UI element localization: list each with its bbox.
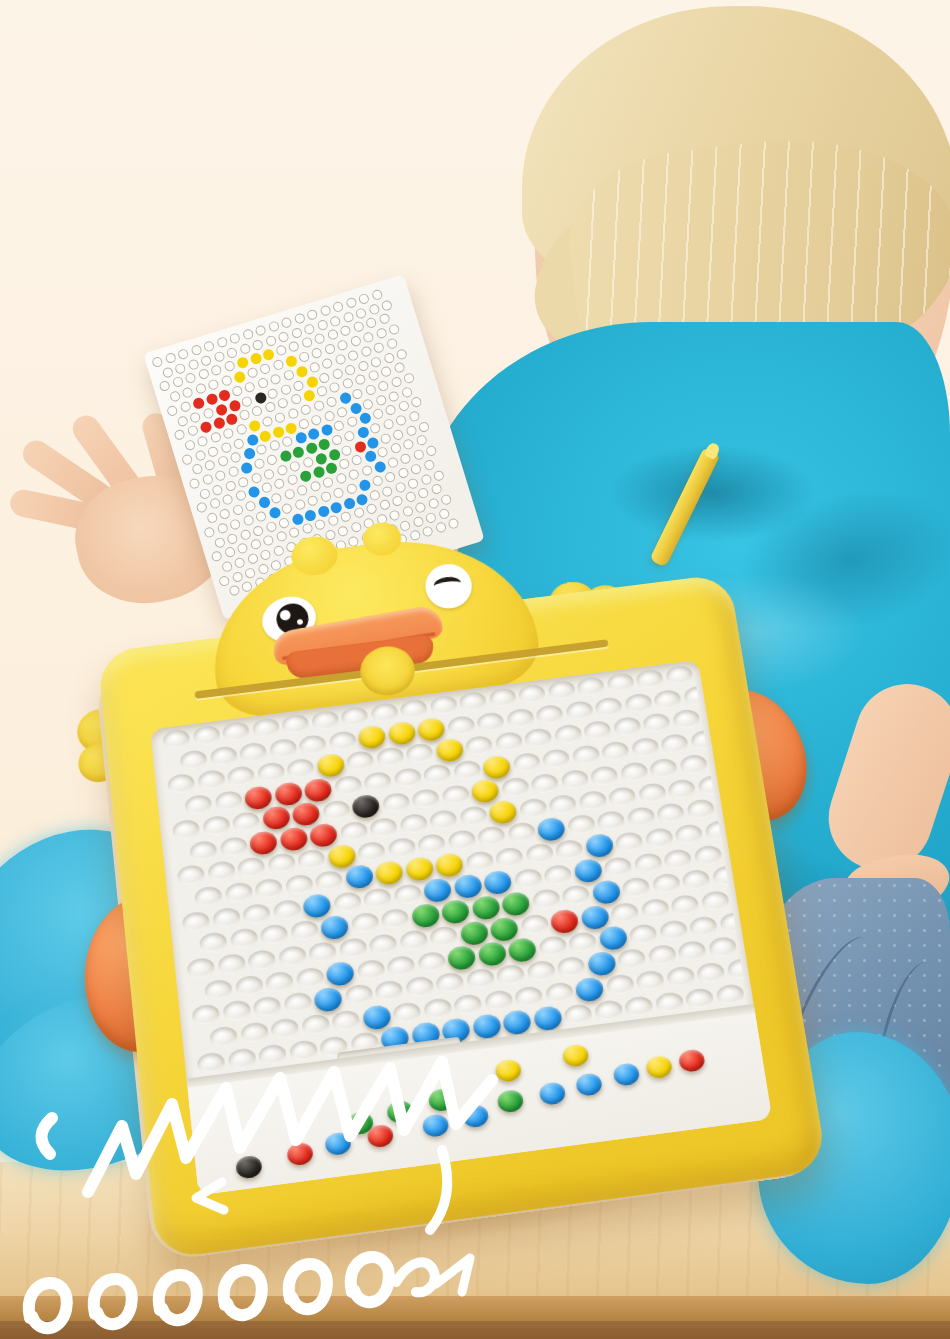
bead-blue[interactable] — [573, 858, 603, 884]
dimple — [229, 928, 258, 951]
card-empty-circle — [184, 372, 196, 384]
dimple — [465, 968, 495, 991]
card-empty-circle — [391, 495, 403, 507]
bead-blue[interactable] — [345, 864, 374, 890]
dimple — [207, 860, 236, 883]
dimple — [237, 856, 266, 879]
dimple — [633, 852, 662, 875]
card-empty-circle — [373, 341, 385, 353]
card-empty-circle — [323, 410, 335, 422]
dimple — [209, 1025, 238, 1049]
dimple — [196, 1051, 225, 1075]
card-empty-circle — [254, 324, 266, 336]
bead-yellow[interactable] — [358, 725, 387, 750]
card-empty-circle — [229, 332, 241, 344]
tray-bead-yellow[interactable] — [494, 1058, 522, 1083]
dimple — [647, 944, 677, 967]
duck-eye-wink — [423, 561, 475, 611]
bead-blue[interactable] — [326, 961, 356, 987]
card-dot-red — [218, 388, 232, 402]
dimple — [638, 782, 667, 804]
dimple — [162, 728, 190, 750]
dimple — [212, 906, 241, 929]
card-dot-blue — [257, 496, 271, 510]
bead-blue[interactable] — [598, 925, 628, 951]
bead-red[interactable] — [244, 785, 273, 810]
dimple — [640, 898, 670, 921]
card-empty-circle — [384, 471, 396, 483]
card-dot-red — [205, 392, 219, 406]
bead-yellow[interactable] — [435, 853, 465, 879]
bead-green[interactable] — [489, 916, 519, 942]
dimple — [707, 936, 737, 959]
card-empty-circle — [164, 352, 176, 364]
bead-black[interactable] — [351, 794, 380, 819]
card-empty-circle — [187, 358, 199, 370]
dimple — [405, 743, 434, 765]
card-empty-circle — [383, 351, 395, 363]
card-empty-circle — [226, 532, 238, 544]
card-empty-circle — [250, 472, 262, 484]
dimple — [553, 724, 582, 746]
dimple — [596, 810, 625, 833]
card-empty-circle — [372, 408, 384, 420]
dimple — [458, 691, 487, 713]
dimple — [484, 989, 514, 1012]
card-empty-circle — [259, 548, 271, 560]
card-empty-circle — [169, 390, 181, 402]
dimple — [181, 910, 210, 933]
card-empty-circle — [410, 463, 422, 475]
dimple — [247, 949, 276, 972]
card-empty-circle — [306, 308, 318, 320]
card-empty-circle — [376, 446, 388, 458]
card-empty-circle — [302, 456, 314, 468]
dimple — [363, 887, 392, 910]
dimple — [659, 919, 689, 942]
dimple — [560, 769, 589, 791]
dimple — [726, 958, 747, 981]
card-empty-circle — [311, 347, 323, 359]
bead-blue[interactable] — [586, 951, 616, 977]
dimple — [301, 1013, 330, 1037]
card-empty-circle — [263, 468, 275, 480]
bead-blue[interactable] — [483, 870, 513, 896]
card-dot-yellow — [302, 389, 316, 403]
dimple — [459, 805, 488, 828]
card-empty-circle — [234, 490, 246, 502]
card-empty-circle — [210, 364, 222, 376]
dimple — [545, 981, 575, 1004]
card-dot-blue — [359, 412, 373, 426]
card-empty-circle — [281, 502, 293, 514]
bead-yellow[interactable] — [327, 843, 356, 869]
card-empty-circle — [279, 383, 291, 395]
bead-blue[interactable] — [502, 1009, 532, 1036]
dimple — [617, 948, 647, 971]
bead-green[interactable] — [507, 937, 537, 963]
tray-bead-blue[interactable] — [612, 1062, 640, 1087]
tray-bead-yellow[interactable] — [562, 1043, 590, 1067]
dimple — [670, 894, 700, 917]
card-empty-circle — [277, 397, 289, 409]
dimple — [654, 991, 684, 1014]
card-empty-circle — [344, 363, 356, 375]
dimple — [526, 960, 556, 983]
bead-yellow[interactable] — [417, 717, 446, 742]
dimple — [357, 841, 386, 864]
dimple — [260, 924, 289, 947]
dimple — [288, 1039, 317, 1063]
bead-blue[interactable] — [575, 976, 605, 1002]
card-empty-circle — [265, 520, 277, 532]
bead-red[interactable] — [304, 777, 333, 802]
card-dot-red — [199, 421, 213, 435]
dimple — [387, 954, 416, 977]
dimple — [615, 831, 644, 854]
dimple — [667, 778, 696, 800]
card-dot-blue — [342, 496, 356, 510]
card-empty-circle — [252, 524, 264, 536]
tray-bead-red[interactable] — [678, 1048, 706, 1072]
card-empty-circle — [207, 445, 219, 457]
card-empty-circle — [213, 350, 225, 362]
card-empty-circle — [437, 507, 449, 519]
bead-blue[interactable] — [453, 874, 483, 900]
bead-red[interactable] — [274, 781, 303, 806]
card-empty-circle — [198, 487, 210, 499]
dimple — [399, 698, 428, 720]
card-dot-blue — [307, 427, 321, 441]
bead-yellow[interactable] — [470, 779, 499, 804]
card-empty-circle — [201, 473, 213, 485]
card-dot-yellow — [271, 425, 285, 439]
dimple — [235, 974, 264, 997]
dimple — [251, 717, 279, 739]
card-empty-circle — [374, 394, 386, 406]
dimple — [514, 985, 544, 1008]
bead-yellow[interactable] — [488, 799, 517, 824]
dimple — [429, 925, 458, 948]
card-dot-green — [312, 466, 326, 480]
card-empty-circle — [415, 434, 427, 446]
card-empty-circle — [246, 552, 258, 564]
card-empty-circle — [287, 407, 299, 419]
dimple — [525, 842, 554, 865]
bead-red[interactable] — [262, 806, 291, 831]
card-empty-circle — [300, 403, 312, 415]
card-empty-circle — [188, 477, 200, 489]
card-empty-circle — [370, 355, 382, 367]
card-empty-circle — [243, 381, 255, 393]
card-empty-circle — [424, 511, 436, 523]
bead-blue[interactable] — [320, 914, 350, 940]
card-empty-circle — [336, 406, 348, 418]
dimple — [265, 970, 294, 993]
card-dot-green — [325, 462, 339, 476]
card-empty-circle — [209, 498, 221, 510]
card-empty-circle — [166, 404, 178, 416]
tray-bead-red[interactable] — [286, 1142, 314, 1167]
card-empty-circle — [204, 459, 216, 471]
dimple — [664, 665, 693, 687]
dimple — [441, 784, 470, 806]
card-empty-circle — [238, 409, 250, 421]
card-empty-circle — [232, 504, 244, 516]
dimple — [696, 962, 726, 985]
tray-bead-green[interactable] — [386, 1099, 414, 1124]
card-empty-circle — [293, 312, 305, 324]
card-empty-circle — [387, 457, 399, 469]
card-empty-circle — [256, 377, 268, 389]
bead-blue[interactable] — [302, 893, 331, 919]
bead-blue[interactable] — [585, 833, 615, 859]
card-empty-circle — [255, 510, 267, 522]
dimple — [411, 788, 440, 810]
card-empty-circle — [216, 336, 228, 348]
card-empty-circle — [400, 386, 412, 398]
card-empty-circle — [171, 376, 183, 388]
bead-yellow[interactable] — [387, 721, 416, 746]
card-empty-circle — [214, 469, 226, 481]
tray-bead-blue[interactable] — [575, 1072, 603, 1097]
bead-green[interactable] — [477, 941, 507, 967]
card-empty-circle — [235, 423, 247, 435]
card-dot-green — [327, 448, 341, 462]
card-empty-circle — [399, 453, 411, 465]
card-dot-black — [254, 391, 268, 405]
dimple — [465, 735, 494, 757]
bead-yellow[interactable] — [405, 856, 435, 882]
card-empty-circle — [209, 431, 221, 443]
dimple — [298, 734, 327, 756]
dimple — [663, 848, 693, 871]
dimple — [685, 987, 715, 1010]
dimple — [269, 737, 298, 759]
bead-blue[interactable] — [362, 1004, 392, 1031]
card-empty-circle — [200, 354, 212, 366]
card-empty-circle — [357, 359, 369, 371]
dimple — [227, 766, 256, 788]
card-empty-circle — [290, 393, 302, 405]
card-empty-circle — [418, 420, 430, 432]
tray-bead-blue[interactable] — [461, 1104, 489, 1129]
bead-blue[interactable] — [471, 1013, 501, 1040]
card-dot-yellow — [285, 354, 299, 368]
card-empty-circle — [221, 560, 233, 572]
card-empty-circle — [368, 489, 380, 501]
dimple — [547, 679, 576, 701]
card-empty-circle — [326, 329, 338, 341]
card-empty-circle — [331, 367, 343, 379]
card-empty-circle — [390, 376, 402, 388]
card-empty-circle — [380, 366, 392, 378]
tray-bead-green[interactable] — [496, 1089, 524, 1114]
dimple — [334, 775, 363, 797]
dimple — [399, 929, 428, 952]
dimple — [177, 864, 206, 887]
dimple — [566, 814, 595, 837]
dimple — [315, 870, 344, 893]
bead-blue[interactable] — [580, 904, 610, 930]
card-empty-circle — [290, 327, 302, 339]
dimple — [631, 737, 660, 759]
card-empty-circle — [371, 289, 383, 301]
tray-bead-blue[interactable] — [538, 1081, 566, 1106]
card-empty-circle — [393, 362, 405, 374]
card-empty-circle — [330, 434, 342, 446]
dimple — [328, 730, 357, 752]
bead-green[interactable] — [411, 903, 441, 929]
dimple — [608, 785, 637, 807]
card-empty-circle — [364, 384, 376, 396]
card-empty-circle — [427, 497, 439, 509]
bead-red[interactable] — [249, 830, 278, 856]
card-dot-blue — [355, 492, 369, 506]
card-empty-circle — [420, 473, 432, 485]
tray-bead-green[interactable] — [428, 1088, 456, 1113]
dimple — [565, 700, 594, 722]
dimple — [496, 964, 526, 987]
dimple — [256, 762, 285, 784]
card-empty-circle — [280, 316, 292, 328]
tray-bead-blue[interactable] — [422, 1113, 450, 1138]
card-empty-circle — [335, 472, 347, 484]
card-empty-circle — [351, 454, 363, 466]
card-empty-circle — [315, 385, 327, 397]
card-empty-circle — [367, 370, 379, 382]
card-empty-circle — [269, 373, 281, 385]
bead-green[interactable] — [441, 899, 471, 925]
card-empty-circle — [408, 410, 420, 422]
dimple — [381, 792, 410, 815]
card-empty-circle — [403, 372, 415, 384]
bead-red[interactable] — [309, 822, 338, 848]
dimple — [571, 744, 600, 766]
card-empty-circle — [211, 484, 223, 496]
card-empty-circle — [327, 515, 339, 527]
card-empty-circle — [381, 485, 393, 497]
bead-yellow[interactable] — [316, 753, 345, 778]
dimple — [222, 1000, 251, 1023]
dimple — [535, 704, 564, 726]
card-empty-circle — [313, 399, 325, 411]
card-empty-circle — [388, 509, 400, 521]
bead-green[interactable] — [447, 945, 477, 971]
dimple — [507, 822, 536, 845]
card-dot-yellow — [249, 352, 263, 366]
dimple — [453, 993, 483, 1016]
dimple — [381, 908, 410, 931]
card-empty-circle — [337, 339, 349, 351]
dimple — [295, 966, 324, 989]
dimple — [242, 902, 271, 925]
card-dot-yellow — [248, 419, 262, 433]
bead-red[interactable] — [549, 908, 579, 934]
card-empty-circle — [324, 343, 336, 355]
card-empty-circle — [272, 359, 284, 371]
card-empty-circle — [288, 526, 300, 538]
tray-bead-black[interactable] — [235, 1155, 263, 1180]
card-dot-blue — [294, 431, 308, 445]
card-empty-circle — [387, 390, 399, 402]
card-empty-circle — [326, 395, 338, 407]
card-empty-circle — [230, 385, 242, 397]
card-empty-circle — [217, 455, 229, 467]
bead-blue[interactable] — [423, 877, 453, 903]
card-empty-circle — [401, 505, 413, 517]
bead-yellow[interactable] — [482, 754, 511, 779]
card-empty-circle — [412, 515, 424, 527]
card-empty-circle — [362, 398, 374, 410]
bead-blue[interactable] — [536, 816, 566, 842]
card-empty-circle — [303, 323, 315, 335]
card-empty-circle — [191, 463, 203, 475]
card-empty-circle — [371, 475, 383, 487]
card-empty-circle — [241, 328, 253, 340]
bead-green[interactable] — [471, 895, 501, 921]
card-dot-red — [228, 399, 242, 413]
card-dot-blue — [349, 401, 363, 415]
dimple — [217, 953, 246, 976]
dimple — [285, 873, 314, 896]
bead-yellow[interactable] — [435, 738, 464, 763]
dimple — [619, 761, 648, 783]
bead-green[interactable] — [501, 891, 531, 917]
card-empty-circle — [181, 453, 193, 465]
card-empty-circle — [301, 337, 313, 349]
card-dot-red — [225, 413, 239, 427]
card-empty-circle — [221, 494, 233, 506]
bead-blue[interactable] — [591, 879, 621, 905]
card-empty-circle — [404, 491, 416, 503]
card-dot-blue — [363, 450, 377, 464]
bead-red[interactable] — [291, 802, 320, 827]
dimple — [429, 694, 458, 716]
dimple — [671, 709, 700, 731]
card-dot-red — [192, 396, 206, 410]
board-inner-surface — [150, 660, 772, 1195]
tray-bead-yellow[interactable] — [645, 1055, 673, 1079]
bead-red[interactable] — [279, 826, 308, 852]
card-empty-circle — [242, 514, 254, 526]
card-empty-circle — [352, 321, 364, 333]
card-empty-circle — [343, 430, 355, 442]
card-empty-circle — [301, 523, 313, 535]
magnetic-drawing-board[interactable] — [97, 573, 828, 1259]
card-dot-yellow — [236, 356, 250, 370]
card-empty-circle — [275, 530, 287, 542]
card-empty-circle — [174, 362, 186, 374]
dimple — [543, 863, 572, 886]
bead-green[interactable] — [459, 920, 489, 946]
card-empty-circle — [236, 542, 248, 554]
dimple — [563, 1003, 593, 1026]
bead-blue[interactable] — [532, 1005, 562, 1032]
dimple — [363, 771, 392, 793]
card-empty-circle — [340, 511, 352, 523]
card-empty-circle — [194, 449, 206, 461]
card-empty-circle — [405, 424, 417, 436]
card-empty-circle — [268, 439, 280, 451]
card-empty-circle — [277, 330, 289, 342]
card-empty-circle — [345, 297, 357, 309]
card-dot-green — [304, 441, 318, 455]
bead-blue[interactable] — [313, 986, 343, 1012]
tray-bead-blue[interactable] — [324, 1131, 352, 1156]
bead-yellow[interactable] — [375, 860, 404, 886]
card-empty-circle — [186, 425, 198, 437]
